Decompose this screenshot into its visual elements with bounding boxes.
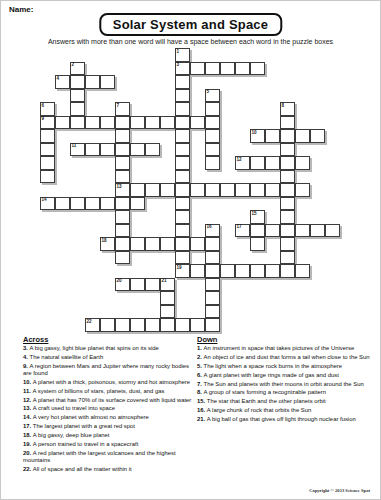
grid-cell[interactable]: 12 (235, 156, 250, 170)
grid-cell[interactable] (235, 183, 250, 197)
empty-cell (310, 48, 325, 62)
empty-cell (160, 197, 175, 211)
empty-cell (40, 62, 55, 76)
grid-cell[interactable] (70, 102, 85, 116)
empty-cell (130, 102, 145, 116)
empty-cell (85, 48, 100, 62)
empty-cell (250, 305, 265, 319)
grid-cell[interactable] (280, 170, 295, 184)
grid-cell[interactable] (175, 170, 190, 184)
empty-cell (295, 197, 310, 211)
empty-cell (115, 89, 130, 103)
empty-cell (190, 129, 205, 143)
grid-cell[interactable] (130, 278, 145, 292)
clue-item: 5. The light when a space rock burns in … (197, 363, 371, 370)
empty-cell (40, 291, 55, 305)
clue-item: 1. An instrument in space that takes pic… (197, 345, 371, 352)
empty-cell (325, 210, 340, 224)
grid-cell[interactable]: 17 (235, 224, 250, 238)
grid-cell[interactable] (280, 210, 295, 224)
empty-cell (55, 237, 70, 251)
grid-cell[interactable] (85, 116, 100, 130)
across-clues: Across 3. A big gassy, light blue planet… (23, 335, 193, 474)
grid-cell[interactable] (145, 237, 160, 251)
clue-number: 10 (252, 130, 257, 135)
grid-cell[interactable] (280, 237, 295, 251)
grid-cell[interactable] (175, 102, 190, 116)
empty-cell (310, 89, 325, 103)
grid-cell[interactable] (265, 264, 280, 278)
grid-cell[interactable] (115, 143, 130, 157)
grid-cell[interactable] (295, 183, 310, 197)
clue-item: 6. A giant planet with large rings made … (197, 372, 371, 379)
empty-cell (295, 278, 310, 292)
grid-cell[interactable] (205, 305, 220, 319)
empty-cell (100, 183, 115, 197)
grid-cell[interactable] (250, 62, 265, 76)
grid-cell[interactable] (145, 143, 160, 157)
grid-cell[interactable] (70, 197, 85, 211)
empty-cell (160, 129, 175, 143)
clue-item: 9. A region between Mars and Jupiter whe… (23, 363, 193, 378)
grid-cell[interactable] (175, 183, 190, 197)
empty-cell (250, 116, 265, 130)
clue-number: 12 (237, 157, 242, 162)
grid-cell[interactable] (85, 143, 100, 157)
grid-cell[interactable] (205, 237, 220, 251)
empty-cell (325, 237, 340, 251)
grid-cell[interactable] (190, 264, 205, 278)
grid-cell[interactable] (115, 170, 130, 184)
grid-cell[interactable] (205, 129, 220, 143)
grid-cell[interactable] (160, 116, 175, 130)
grid-cell[interactable] (40, 143, 55, 157)
empty-cell (190, 197, 205, 211)
grid-cell[interactable] (70, 89, 85, 103)
grid-cell[interactable] (295, 129, 310, 143)
grid-cell[interactable] (205, 116, 220, 130)
empty-cell (160, 264, 175, 278)
grid-cell[interactable] (175, 89, 190, 103)
empty-cell (310, 102, 325, 116)
empty-cell (295, 116, 310, 130)
empty-cell (130, 264, 145, 278)
empty-cell (100, 102, 115, 116)
empty-cell (130, 48, 145, 62)
empty-cell (55, 183, 70, 197)
empty-cell (235, 210, 250, 224)
empty-cell (280, 89, 295, 103)
grid-cell[interactable] (115, 129, 130, 143)
empty-cell (265, 318, 280, 332)
empty-cell (220, 116, 235, 130)
clue-item: 2. An object of ice and dust that forms … (197, 354, 371, 361)
grid-cell[interactable]: 13 (115, 183, 130, 197)
copyright-text: Copyright © 2013 Science Spot (309, 488, 370, 493)
grid-cell[interactable] (205, 278, 220, 292)
worksheet-page: Name: Solar System and Space Answers wit… (0, 0, 381, 500)
page-title: Solar System and Space (113, 17, 268, 32)
grid-cell[interactable] (175, 251, 190, 265)
grid-cell[interactable] (145, 116, 160, 130)
name-label: Name: (9, 5, 33, 14)
empty-cell (85, 170, 100, 184)
grid-cell[interactable] (70, 116, 85, 130)
grid-cell[interactable] (205, 318, 220, 332)
clue-item: 17. The largest planet with a great red … (23, 423, 193, 430)
title-box: Solar System and Space (99, 13, 282, 36)
grid-cell[interactable] (115, 237, 130, 251)
empty-cell (280, 305, 295, 319)
empty-cell (265, 197, 280, 211)
grid-cell[interactable] (175, 197, 190, 211)
grid-cell[interactable] (220, 264, 235, 278)
grid-cell[interactable] (295, 156, 310, 170)
empty-cell (40, 237, 55, 251)
clue-item: 18. A big gassy, deep blue planet (23, 432, 193, 439)
empty-cell (40, 305, 55, 319)
clue-number: 21 (162, 278, 167, 283)
empty-cell (190, 251, 205, 265)
empty-cell (55, 318, 70, 332)
grid-cell[interactable] (85, 75, 100, 89)
empty-cell (295, 251, 310, 265)
empty-cell (250, 318, 265, 332)
empty-cell (55, 48, 70, 62)
grid-cell[interactable] (115, 116, 130, 130)
empty-cell (160, 156, 175, 170)
grid-cell[interactable] (40, 156, 55, 170)
grid-cell[interactable] (115, 197, 130, 211)
clue-item: 19. A person trained to travel in a spac… (23, 441, 193, 448)
grid-cell[interactable] (205, 156, 220, 170)
empty-cell (85, 129, 100, 143)
grid-cell[interactable] (190, 237, 205, 251)
grid-cell[interactable] (175, 237, 190, 251)
grid-cell[interactable] (55, 197, 70, 211)
empty-cell (250, 278, 265, 292)
grid-cell[interactable]: 14 (40, 197, 55, 211)
grid-cell[interactable]: 15 (250, 210, 265, 224)
empty-cell (145, 210, 160, 224)
empty-cell (190, 89, 205, 103)
empty-cell (40, 89, 55, 103)
grid-cell[interactable] (175, 129, 190, 143)
grid-cell[interactable] (100, 318, 115, 332)
empty-cell (40, 318, 55, 332)
clue-item: 20. A red planet with the largest volcan… (23, 450, 193, 465)
grid-cell[interactable] (175, 318, 190, 332)
empty-cell (55, 224, 70, 238)
grid-cell[interactable] (205, 102, 220, 116)
empty-cell (145, 62, 160, 76)
grid-cell[interactable] (130, 318, 145, 332)
grid-cell[interactable] (55, 116, 70, 130)
grid-cell[interactable]: 10 (250, 129, 265, 143)
grid-cell[interactable] (130, 116, 145, 130)
grid-cell[interactable]: 2 (70, 62, 85, 76)
empty-cell (250, 102, 265, 116)
grid-cell[interactable] (70, 75, 85, 89)
grid-cell[interactable]: 5 (205, 89, 220, 103)
grid-cell[interactable] (85, 197, 100, 211)
empty-cell (250, 75, 265, 89)
clue-number: 18 (102, 238, 107, 243)
grid-cell[interactable] (205, 143, 220, 157)
empty-cell (40, 75, 55, 89)
grid-cell[interactable] (235, 264, 250, 278)
grid-cell[interactable] (175, 116, 190, 130)
grid-cell[interactable] (160, 237, 175, 251)
empty-cell (85, 237, 100, 251)
grid-cell[interactable] (115, 318, 130, 332)
empty-cell (310, 116, 325, 130)
clue-number: 11 (72, 143, 77, 148)
empty-cell (145, 264, 160, 278)
empty-cell (220, 197, 235, 211)
grid-cell[interactable]: 18 (100, 237, 115, 251)
grid-cell[interactable] (100, 197, 115, 211)
grid-cell[interactable] (265, 224, 280, 238)
empty-cell (250, 170, 265, 184)
empty-cell (220, 170, 235, 184)
empty-cell (175, 291, 190, 305)
empty-cell (175, 305, 190, 319)
grid-cell[interactable] (325, 224, 340, 238)
grid-cell[interactable]: 1 (175, 48, 190, 62)
empty-cell (145, 224, 160, 238)
grid-cell[interactable] (160, 305, 175, 319)
grid-cell[interactable] (220, 183, 235, 197)
grid-cell[interactable] (145, 278, 160, 292)
empty-cell (265, 116, 280, 130)
empty-cell (190, 224, 205, 238)
empty-cell (265, 305, 280, 319)
empty-cell (40, 183, 55, 197)
grid-cell[interactable] (220, 62, 235, 76)
empty-cell (115, 75, 130, 89)
clue-number: 6 (42, 103, 45, 108)
grid-cell[interactable] (250, 264, 265, 278)
grid-cell[interactable] (265, 129, 280, 143)
empty-cell (220, 278, 235, 292)
grid-cell[interactable] (280, 143, 295, 157)
empty-cell (160, 48, 175, 62)
empty-cell (55, 210, 70, 224)
empty-cell (160, 75, 175, 89)
grid-cell[interactable] (190, 62, 205, 76)
grid-cell[interactable]: 8 (280, 102, 295, 116)
empty-cell (220, 89, 235, 103)
clue-number: 7 (117, 103, 120, 108)
empty-cell (265, 251, 280, 265)
grid-cell[interactable] (145, 318, 160, 332)
empty-cell (265, 143, 280, 157)
empty-cell (295, 318, 310, 332)
grid-cell[interactable] (175, 210, 190, 224)
grid-cell[interactable] (250, 224, 265, 238)
empty-cell (265, 62, 280, 76)
empty-cell (100, 210, 115, 224)
empty-cell (160, 170, 175, 184)
empty-cell (220, 318, 235, 332)
grid-cell[interactable] (250, 183, 265, 197)
grid-cell[interactable] (130, 237, 145, 251)
empty-cell (325, 48, 340, 62)
empty-cell (145, 102, 160, 116)
empty-cell (145, 197, 160, 211)
grid-cell[interactable] (280, 224, 295, 238)
grid-cell[interactable] (160, 318, 175, 332)
empty-cell (220, 210, 235, 224)
grid-cell[interactable] (205, 183, 220, 197)
empty-cell (280, 291, 295, 305)
grid-cell[interactable] (265, 156, 280, 170)
empty-cell (205, 75, 220, 89)
clue-item: 4. The natural satellite of Earth (23, 354, 193, 361)
empty-cell (85, 62, 100, 76)
empty-cell (325, 102, 340, 116)
empty-cell (100, 305, 115, 319)
grid-cell[interactable]: 21 (160, 278, 175, 292)
empty-cell (250, 251, 265, 265)
grid-cell[interactable] (160, 183, 175, 197)
empty-cell (220, 291, 235, 305)
grid-cell[interactable] (145, 183, 160, 197)
grid-cell[interactable] (235, 62, 250, 76)
grid-cell[interactable] (295, 264, 310, 278)
grid-cell[interactable] (205, 291, 220, 305)
grid-cell[interactable] (175, 143, 190, 157)
empty-cell (70, 170, 85, 184)
clue-item: 12. A planet that has 70% of its surface… (23, 397, 193, 404)
empty-cell (190, 48, 205, 62)
empty-cell (235, 170, 250, 184)
clue-number: 1 (177, 49, 180, 54)
grid-cell[interactable] (175, 75, 190, 89)
empty-cell (325, 143, 340, 157)
grid-cell[interactable] (100, 75, 115, 89)
empty-cell (190, 156, 205, 170)
empty-cell (280, 62, 295, 76)
grid-cell[interactable] (115, 156, 130, 170)
grid-cell[interactable]: 7 (115, 102, 130, 116)
grid-cell[interactable] (190, 116, 205, 130)
empty-cell (55, 102, 70, 116)
grid-cell[interactable] (100, 116, 115, 130)
empty-cell (310, 210, 325, 224)
grid-cell[interactable] (115, 224, 130, 238)
clue-number: 9 (42, 116, 45, 121)
empty-cell (145, 305, 160, 319)
grid-cell[interactable] (160, 291, 175, 305)
clue-item: 16. A large chunk of rock that orbits th… (197, 407, 371, 414)
grid-cell[interactable]: 4 (55, 75, 70, 89)
grid-cell[interactable] (205, 62, 220, 76)
empty-cell (55, 278, 70, 292)
empty-cell (130, 75, 145, 89)
grid-cell[interactable] (115, 210, 130, 224)
clue-item: 7. The Sun and planets with their moons … (197, 381, 371, 388)
empty-cell (130, 89, 145, 103)
empty-cell (100, 291, 115, 305)
grid-cell[interactable] (280, 116, 295, 130)
grid-cell[interactable] (190, 318, 205, 332)
grid-cell[interactable]: 20 (115, 278, 130, 292)
empty-cell (280, 278, 295, 292)
grid-cell[interactable] (280, 156, 295, 170)
grid-cell[interactable]: 11 (70, 143, 85, 157)
grid-cell[interactable] (175, 224, 190, 238)
empty-cell (70, 129, 85, 143)
grid-cell[interactable] (280, 129, 295, 143)
grid-cell[interactable] (40, 129, 55, 143)
empty-cell (145, 291, 160, 305)
empty-cell (295, 237, 310, 251)
empty-cell (265, 75, 280, 89)
grid-cell[interactable] (280, 251, 295, 265)
grid-cell[interactable]: 19 (175, 264, 190, 278)
empty-cell (325, 156, 340, 170)
grid-cell[interactable]: 22 (85, 318, 100, 332)
grid-cell[interactable]: 3 (175, 62, 190, 76)
grid-cell[interactable] (250, 156, 265, 170)
grid-cell[interactable] (130, 183, 145, 197)
empty-cell (55, 291, 70, 305)
empty-cell (325, 251, 340, 265)
empty-cell (280, 75, 295, 89)
empty-cell (190, 278, 205, 292)
clue-item: 10. A planet with a thick, poisonous, st… (23, 379, 193, 386)
grid-cell[interactable] (205, 264, 220, 278)
grid-cell[interactable] (130, 143, 145, 157)
empty-cell (100, 48, 115, 62)
grid-cell[interactable] (115, 251, 130, 265)
empty-cell (295, 305, 310, 319)
grid-cell[interactable] (310, 224, 325, 238)
grid-cell[interactable] (280, 183, 295, 197)
grid-cell[interactable]: 16 (205, 224, 220, 238)
grid-cell[interactable] (280, 197, 295, 211)
grid-cell[interactable] (295, 224, 310, 238)
empty-cell (145, 89, 160, 103)
grid-cell[interactable] (310, 129, 325, 143)
grid-cell[interactable] (100, 143, 115, 157)
grid-cell[interactable] (40, 170, 55, 184)
empty-cell (310, 278, 325, 292)
empty-cell (40, 210, 55, 224)
grid-cell[interactable] (265, 183, 280, 197)
grid-cell[interactable] (280, 264, 295, 278)
empty-cell (325, 278, 340, 292)
empty-cell (325, 264, 340, 278)
empty-cell (160, 62, 175, 76)
empty-cell (55, 305, 70, 319)
grid-cell[interactable]: 6 (40, 102, 55, 116)
empty-cell (70, 210, 85, 224)
grid-cell[interactable] (205, 251, 220, 265)
empty-cell (265, 237, 280, 251)
empty-cell (310, 251, 325, 265)
empty-cell (190, 102, 205, 116)
grid-cell[interactable] (190, 183, 205, 197)
grid-cell[interactable] (175, 156, 190, 170)
grid-cell[interactable] (250, 237, 265, 251)
grid-cell[interactable]: 9 (40, 116, 55, 130)
empty-cell (250, 291, 265, 305)
grid-cell[interactable] (130, 197, 145, 211)
empty-cell (220, 156, 235, 170)
